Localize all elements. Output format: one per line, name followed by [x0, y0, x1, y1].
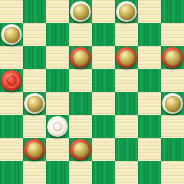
light-square: [92, 138, 115, 161]
white-king-piece[interactable]: [24, 93, 45, 114]
dark-square[interactable]: [115, 0, 138, 23]
dark-square[interactable]: [46, 161, 69, 184]
dark-square[interactable]: [0, 115, 23, 138]
light-square: [115, 23, 138, 46]
light-square: [23, 69, 46, 92]
red-man-piece[interactable]: [1, 70, 22, 91]
light-square: [0, 92, 23, 115]
light-square: [138, 46, 161, 69]
light-square: [46, 0, 69, 23]
dark-square[interactable]: [92, 69, 115, 92]
light-square: [92, 46, 115, 69]
light-square: [92, 92, 115, 115]
dark-square[interactable]: [92, 161, 115, 184]
light-square: [46, 46, 69, 69]
dark-square[interactable]: [138, 115, 161, 138]
white-man-piece[interactable]: [47, 116, 68, 137]
dark-square[interactable]: [92, 23, 115, 46]
light-square: [138, 92, 161, 115]
red-king-piece[interactable]: [24, 139, 45, 160]
dark-square[interactable]: [115, 92, 138, 115]
king-crown-dome-icon: [4, 27, 20, 43]
king-crown-dome-icon: [165, 50, 181, 66]
dark-square[interactable]: [138, 23, 161, 46]
light-square: [138, 0, 161, 23]
dark-square[interactable]: [23, 138, 46, 161]
light-square: [69, 69, 92, 92]
light-square: [23, 115, 46, 138]
dark-square[interactable]: [69, 46, 92, 69]
light-square: [0, 0, 23, 23]
checkers-board: [0, 0, 184, 184]
dark-square[interactable]: [0, 161, 23, 184]
dark-square[interactable]: [0, 23, 23, 46]
light-square: [115, 115, 138, 138]
dark-square[interactable]: [46, 115, 69, 138]
light-square: [69, 115, 92, 138]
dark-square[interactable]: [138, 161, 161, 184]
dark-square[interactable]: [161, 138, 184, 161]
dark-square[interactable]: [115, 46, 138, 69]
king-crown-dome-icon: [73, 4, 89, 20]
light-square: [161, 161, 184, 184]
light-square: [115, 161, 138, 184]
king-crown-dome-icon: [119, 4, 135, 20]
white-king-piece[interactable]: [162, 93, 183, 114]
light-square: [92, 0, 115, 23]
light-square: [138, 138, 161, 161]
red-king-piece[interactable]: [162, 47, 183, 68]
dark-square[interactable]: [69, 0, 92, 23]
white-king-piece[interactable]: [1, 24, 22, 45]
king-crown-dome-icon: [73, 142, 89, 158]
dark-square[interactable]: [161, 0, 184, 23]
light-square: [69, 161, 92, 184]
light-square: [46, 138, 69, 161]
white-king-piece[interactable]: [70, 1, 91, 22]
king-crown-dome-icon: [73, 50, 89, 66]
white-king-piece[interactable]: [116, 1, 137, 22]
dark-square[interactable]: [46, 23, 69, 46]
red-king-piece[interactable]: [70, 139, 91, 160]
red-king-piece[interactable]: [70, 47, 91, 68]
dark-square[interactable]: [115, 138, 138, 161]
dark-square[interactable]: [23, 0, 46, 23]
dark-square[interactable]: [92, 115, 115, 138]
light-square: [161, 23, 184, 46]
light-square: [69, 23, 92, 46]
light-square: [0, 46, 23, 69]
dark-square[interactable]: [69, 138, 92, 161]
dark-square[interactable]: [23, 46, 46, 69]
king-crown-dome-icon: [119, 50, 135, 66]
light-square: [46, 92, 69, 115]
light-square: [23, 161, 46, 184]
light-square: [161, 69, 184, 92]
light-square: [0, 138, 23, 161]
red-king-piece[interactable]: [116, 47, 137, 68]
dark-square[interactable]: [138, 69, 161, 92]
light-square: [115, 69, 138, 92]
dark-square[interactable]: [69, 92, 92, 115]
dark-square[interactable]: [0, 69, 23, 92]
dark-square[interactable]: [23, 92, 46, 115]
king-crown-dome-icon: [165, 96, 181, 112]
king-crown-dome-icon: [27, 96, 43, 112]
light-square: [23, 23, 46, 46]
king-crown-dome-icon: [27, 142, 43, 158]
dark-square[interactable]: [161, 92, 184, 115]
dark-square[interactable]: [161, 46, 184, 69]
dark-square[interactable]: [46, 69, 69, 92]
light-square: [161, 115, 184, 138]
